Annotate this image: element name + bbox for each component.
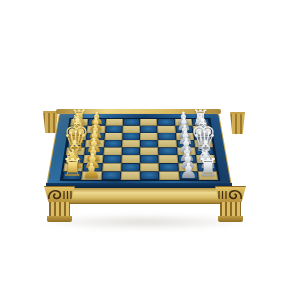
square-g4: [122, 126, 140, 133]
square-e6: [158, 140, 177, 147]
square-b3: [102, 163, 121, 171]
square-e5: [140, 140, 158, 147]
square-h5: [140, 119, 157, 126]
square-e1: [67, 140, 86, 147]
square-h7: [174, 119, 192, 126]
square-f4: [122, 133, 140, 140]
square-f5: [140, 133, 158, 140]
square-e4: [122, 140, 140, 147]
foot-flutes: [220, 202, 241, 216]
square-f2: [86, 133, 105, 140]
board-foot-far-right: [230, 112, 245, 134]
square-g8: [192, 126, 211, 133]
square-a8: [198, 171, 218, 179]
brass-case-front: [59, 188, 231, 204]
square-h1: [70, 119, 88, 126]
square-c1: [65, 155, 85, 163]
square-g5: [140, 126, 158, 133]
square-g2: [87, 126, 105, 133]
square-b6: [159, 163, 179, 171]
square-d2: [84, 147, 103, 155]
square-g3: [105, 126, 123, 133]
square-d5: [140, 147, 159, 155]
square-c4: [121, 155, 140, 163]
square-b2: [83, 163, 103, 171]
square-d7: [177, 147, 196, 155]
square-h2: [88, 119, 106, 126]
greek-scroll-icon: [44, 186, 75, 202]
square-b4: [121, 163, 140, 171]
square-b5: [140, 163, 159, 171]
square-c7: [177, 155, 196, 163]
square-d3: [103, 147, 122, 155]
greek-scroll-icon: [215, 186, 246, 202]
square-c2: [83, 155, 102, 163]
chess-board-plate: [46, 114, 232, 186]
square-a4: [121, 171, 141, 179]
chess-board-grid: [62, 119, 218, 180]
board-foot-near-right: [215, 186, 246, 223]
square-b7: [178, 163, 198, 171]
square-a6: [159, 171, 179, 179]
square-e8: [194, 140, 213, 147]
square-f7: [175, 133, 194, 140]
square-h8: [191, 119, 209, 126]
square-a3: [101, 171, 121, 179]
square-e2: [85, 140, 104, 147]
square-a5: [140, 171, 160, 179]
foot-plinth: [47, 216, 72, 222]
square-h6: [157, 119, 175, 126]
square-b1: [63, 163, 83, 171]
square-h4: [123, 119, 140, 126]
square-g1: [69, 126, 87, 133]
foot-flutes: [49, 202, 70, 216]
square-b8: [197, 163, 217, 171]
square-e3: [103, 140, 122, 147]
square-c6: [159, 155, 178, 163]
square-d1: [66, 147, 85, 155]
square-a2: [82, 171, 102, 179]
square-f8: [193, 133, 212, 140]
square-g7: [175, 126, 193, 133]
square-f3: [104, 133, 122, 140]
square-a1: [62, 171, 82, 179]
square-f1: [68, 133, 87, 140]
square-d6: [158, 147, 177, 155]
square-g6: [157, 126, 175, 133]
square-d8: [195, 147, 214, 155]
square-d4: [121, 147, 140, 155]
square-f6: [158, 133, 176, 140]
foot-plinth: [218, 216, 243, 222]
square-c5: [140, 155, 159, 163]
square-c3: [102, 155, 121, 163]
board-foot-near-left: [44, 186, 75, 223]
square-c8: [196, 155, 216, 163]
square-a7: [178, 171, 198, 179]
square-h3: [105, 119, 123, 126]
chess-set-product-photo: ♜♞♝♚♛♝♞♜♟♟♟♟♟♟♟♟♟♟♟♟♟♟♟♟♜♞♝♚♛♝♞♜: [0, 0, 290, 290]
square-e7: [176, 140, 195, 147]
